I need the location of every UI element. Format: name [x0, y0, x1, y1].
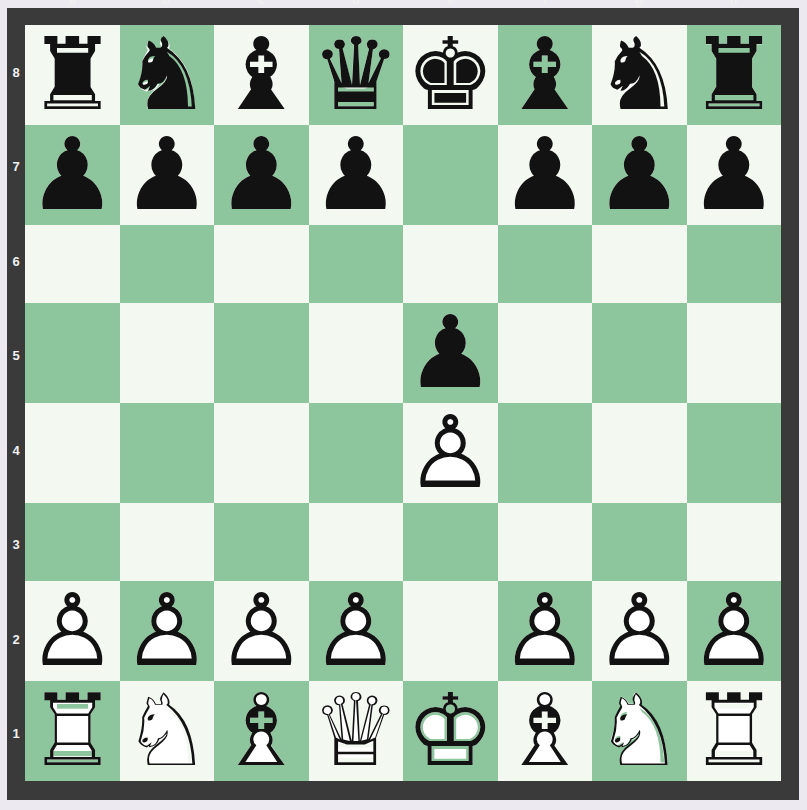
- piece-glyph: ♟︎: [594, 125, 684, 225]
- square-c5[interactable]: [214, 303, 309, 403]
- file-label-g: g: [592, 0, 687, 8]
- square-g2[interactable]: ♟︎♙: [592, 581, 687, 681]
- square-d7[interactable]: ♙♟︎: [309, 125, 404, 225]
- square-e7[interactable]: [403, 125, 498, 225]
- square-b6[interactable]: [120, 225, 215, 303]
- square-c2[interactable]: ♟︎♙: [214, 581, 309, 681]
- white-rook[interactable]: ♜♖: [25, 681, 120, 781]
- piece-glyph: ♟︎: [27, 125, 117, 225]
- rank-label-7: 7: [7, 120, 25, 215]
- white-pawn[interactable]: ♟︎♙: [214, 581, 309, 681]
- white-pawn[interactable]: ♟︎♙: [687, 581, 782, 681]
- square-g6[interactable]: [592, 225, 687, 303]
- white-bishop[interactable]: ♝♗: [498, 681, 593, 781]
- piece-glyph: ♝: [216, 25, 306, 125]
- square-b7[interactable]: ♙♟︎: [120, 125, 215, 225]
- white-pawn[interactable]: ♟︎♙: [25, 581, 120, 681]
- rank-label-3: 3: [7, 498, 25, 593]
- piece-glyph: ♚: [405, 25, 495, 125]
- piece-glyph: ♙: [689, 581, 779, 681]
- square-h3[interactable]: [687, 503, 782, 581]
- square-b4[interactable]: [120, 403, 215, 503]
- piece-glyph: ♜: [689, 25, 779, 125]
- black-knight[interactable]: ♘♞: [592, 25, 687, 125]
- rank-label-1: 1: [7, 687, 25, 782]
- square-c1[interactable]: ♝♗: [214, 681, 309, 781]
- piece-glyph: ♞: [122, 25, 212, 125]
- black-knight[interactable]: ♘♞: [120, 25, 215, 125]
- page-background: { "game": "chess", "position": { "fen": …: [0, 0, 807, 810]
- square-e2[interactable]: [403, 581, 498, 681]
- square-a4[interactable]: [25, 403, 120, 503]
- square-c4[interactable]: [214, 403, 309, 503]
- square-h6[interactable]: [687, 225, 782, 303]
- square-c7[interactable]: ♙♟︎: [214, 125, 309, 225]
- black-bishop[interactable]: ♗♝: [498, 25, 593, 125]
- square-d2[interactable]: ♟︎♙: [309, 581, 404, 681]
- white-rook[interactable]: ♜♖: [687, 681, 782, 781]
- piece-glyph: ♟︎: [122, 125, 212, 225]
- square-d6[interactable]: [309, 225, 404, 303]
- square-b5[interactable]: [120, 303, 215, 403]
- square-h7[interactable]: ♙♟︎: [687, 125, 782, 225]
- rank-label-8: 8: [7, 25, 25, 120]
- piece-glyph: ♙: [594, 581, 684, 681]
- square-f4[interactable]: [498, 403, 593, 503]
- rank-label-6: 6: [7, 214, 25, 309]
- square-b3[interactable]: [120, 503, 215, 581]
- file-label-c: c: [214, 0, 309, 8]
- square-f6[interactable]: [498, 225, 593, 303]
- black-rook[interactable]: ♖♜: [25, 25, 120, 125]
- white-knight[interactable]: ♞♘: [120, 681, 215, 781]
- square-h2[interactable]: ♟︎♙: [687, 581, 782, 681]
- piece-glyph: ♙: [311, 581, 401, 681]
- white-pawn[interactable]: ♟︎♙: [498, 581, 593, 681]
- chess-board: ♖♜♘♞♗♝♕♛♔♚♗♝♘♞♖♜♙♟︎♙♟︎♙♟︎♙♟︎♙♟︎♙♟︎♙♟︎♙♟︎…: [25, 25, 781, 781]
- square-h5[interactable]: [687, 303, 782, 403]
- piece-glyph: ♝: [500, 25, 590, 125]
- square-e3[interactable]: [403, 503, 498, 581]
- black-pawn[interactable]: ♙♟︎: [120, 125, 215, 225]
- square-a1[interactable]: ♜♖: [25, 681, 120, 781]
- square-g3[interactable]: [592, 503, 687, 581]
- square-e8[interactable]: ♔♚: [403, 25, 498, 125]
- piece-glyph: ♟︎: [311, 125, 401, 225]
- piece-glyph: ♖: [27, 681, 117, 781]
- black-pawn[interactable]: ♙♟︎: [592, 125, 687, 225]
- piece-glyph: ♜: [27, 25, 117, 125]
- square-c6[interactable]: [214, 225, 309, 303]
- piece-glyph: ♖: [689, 681, 779, 781]
- square-h8[interactable]: ♖♜: [687, 25, 782, 125]
- black-pawn[interactable]: ♙♟︎: [687, 125, 782, 225]
- white-queen[interactable]: ♛♕: [309, 681, 404, 781]
- black-king[interactable]: ♔♚: [403, 25, 498, 125]
- square-g1[interactable]: ♞♘: [592, 681, 687, 781]
- piece-glyph: ♞: [594, 25, 684, 125]
- file-label-h: h: [687, 0, 782, 8]
- black-pawn[interactable]: ♙♟︎: [25, 125, 120, 225]
- piece-glyph: ♙: [500, 581, 590, 681]
- black-queen[interactable]: ♕♛: [309, 25, 404, 125]
- white-pawn[interactable]: ♟︎♙: [403, 403, 498, 503]
- black-pawn[interactable]: ♙♟︎: [498, 125, 593, 225]
- piece-glyph: ♙: [405, 403, 495, 503]
- black-rook[interactable]: ♖♜: [687, 25, 782, 125]
- file-label-a: a: [25, 0, 120, 8]
- piece-glyph: ♟︎: [216, 125, 306, 225]
- square-a2[interactable]: ♟︎♙: [25, 581, 120, 681]
- white-pawn[interactable]: ♟︎♙: [309, 581, 404, 681]
- square-h4[interactable]: [687, 403, 782, 503]
- piece-glyph: ♙: [122, 581, 212, 681]
- piece-glyph: ♟︎: [689, 125, 779, 225]
- file-label-b: b: [120, 0, 215, 8]
- square-d5[interactable]: [309, 303, 404, 403]
- square-d1[interactable]: ♛♕: [309, 681, 404, 781]
- rank-label-5: 5: [7, 309, 25, 404]
- rank-label-4: 4: [7, 403, 25, 498]
- square-a5[interactable]: [25, 303, 120, 403]
- black-bishop[interactable]: ♗♝: [214, 25, 309, 125]
- square-f5[interactable]: [498, 303, 593, 403]
- square-e4[interactable]: ♟︎♙: [403, 403, 498, 503]
- piece-glyph: ♙: [216, 581, 306, 681]
- square-b1[interactable]: ♞♘: [120, 681, 215, 781]
- square-e5[interactable]: ♙♟︎: [403, 303, 498, 403]
- square-a8[interactable]: ♖♜: [25, 25, 120, 125]
- piece-glyph: ♔: [405, 681, 495, 781]
- black-pawn[interactable]: ♙♟︎: [309, 125, 404, 225]
- square-f3[interactable]: [498, 503, 593, 581]
- board-frame: ♖♜♘♞♗♝♕♛♔♚♗♝♘♞♖♜♙♟︎♙♟︎♙♟︎♙♟︎♙♟︎♙♟︎♙♟︎♙♟︎…: [7, 8, 799, 800]
- white-pawn[interactable]: ♟︎♙: [120, 581, 215, 681]
- square-e1[interactable]: ♚♔: [403, 681, 498, 781]
- file-label-e: e: [403, 0, 498, 8]
- square-f8[interactable]: ♗♝: [498, 25, 593, 125]
- square-d8[interactable]: ♕♛: [309, 25, 404, 125]
- square-b2[interactable]: ♟︎♙: [120, 581, 215, 681]
- square-g7[interactable]: ♙♟︎: [592, 125, 687, 225]
- square-c8[interactable]: ♗♝: [214, 25, 309, 125]
- square-f7[interactable]: ♙♟︎: [498, 125, 593, 225]
- black-pawn[interactable]: ♙♟︎: [214, 125, 309, 225]
- square-e6[interactable]: [403, 225, 498, 303]
- rank-label-2: 2: [7, 592, 25, 687]
- file-label-d: d: [309, 0, 404, 8]
- square-d3[interactable]: [309, 503, 404, 581]
- square-a6[interactable]: [25, 225, 120, 303]
- piece-glyph: ♗: [216, 681, 306, 781]
- piece-glyph: ♟︎: [405, 303, 495, 403]
- black-pawn[interactable]: ♙♟︎: [403, 303, 498, 403]
- piece-glyph: ♘: [594, 681, 684, 781]
- white-bishop[interactable]: ♝♗: [214, 681, 309, 781]
- square-a3[interactable]: [25, 503, 120, 581]
- piece-glyph: ♟︎: [500, 125, 590, 225]
- square-f1[interactable]: ♝♗: [498, 681, 593, 781]
- piece-glyph: ♛: [311, 25, 401, 125]
- file-label-f: f: [498, 0, 593, 8]
- piece-glyph: ♙: [27, 581, 117, 681]
- piece-glyph: ♕: [311, 681, 401, 781]
- square-g5[interactable]: [592, 303, 687, 403]
- piece-glyph: ♗: [500, 681, 590, 781]
- white-king[interactable]: ♚♔: [403, 681, 498, 781]
- square-b8[interactable]: ♘♞: [120, 25, 215, 125]
- white-pawn[interactable]: ♟︎♙: [592, 581, 687, 681]
- square-d4[interactable]: [309, 403, 404, 503]
- square-f2[interactable]: ♟︎♙: [498, 581, 593, 681]
- white-knight[interactable]: ♞♘: [592, 681, 687, 781]
- square-a7[interactable]: ♙♟︎: [25, 125, 120, 225]
- square-c3[interactable]: [214, 503, 309, 581]
- square-g4[interactable]: [592, 403, 687, 503]
- square-h1[interactable]: ♜♖: [687, 681, 782, 781]
- square-g8[interactable]: ♘♞: [592, 25, 687, 125]
- piece-glyph: ♘: [122, 681, 212, 781]
